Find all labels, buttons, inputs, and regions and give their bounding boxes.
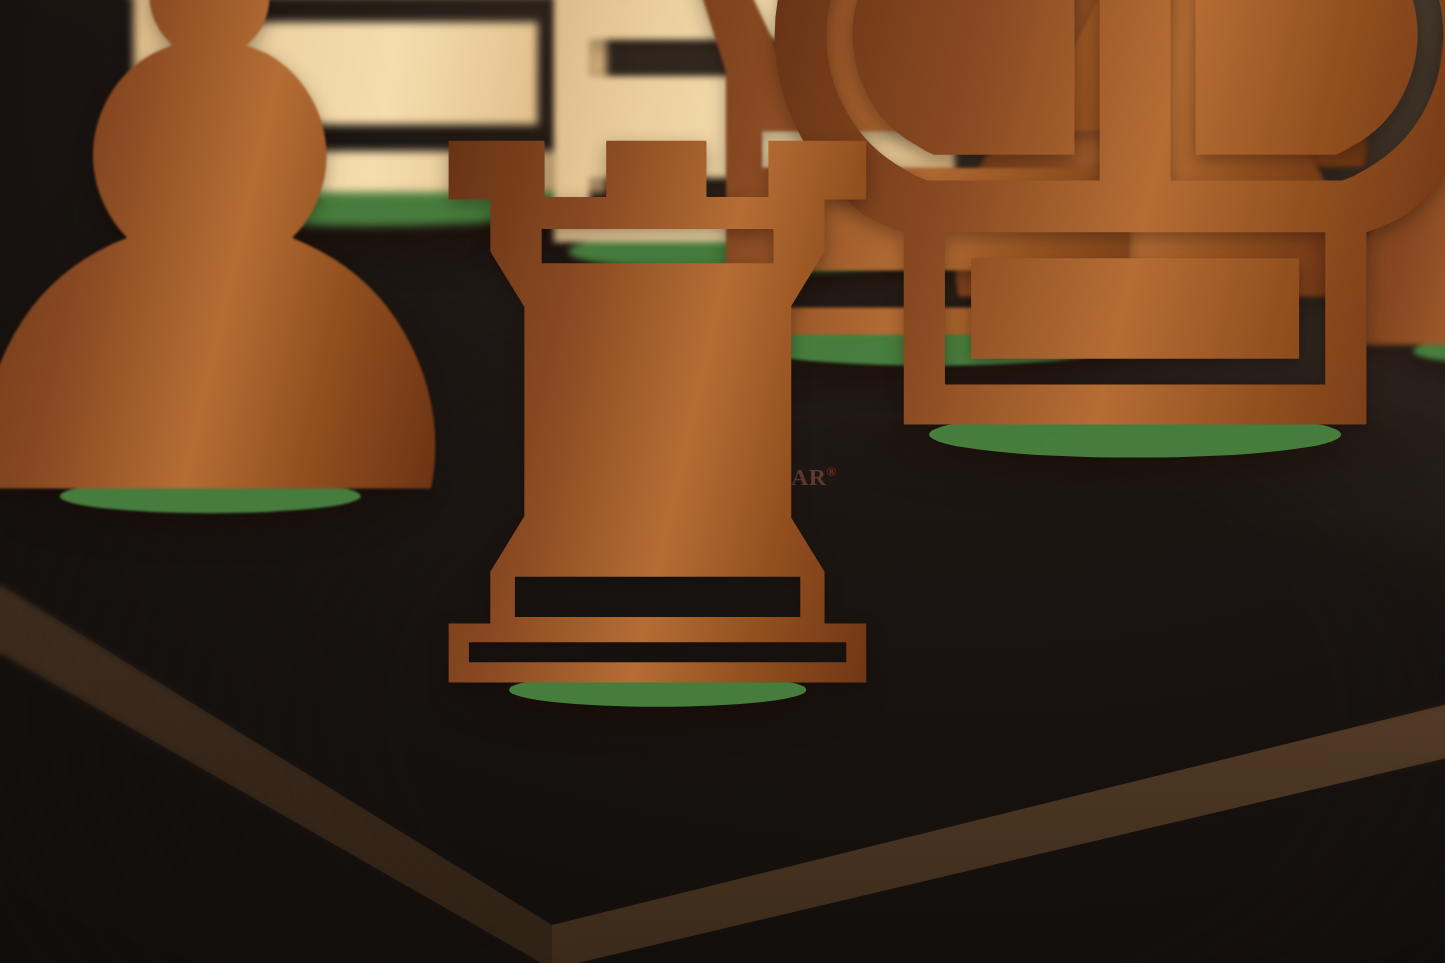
piece-dark-rook-a1[interactable]: ♜ <box>325 137 990 716</box>
photo-canvas: ♜♟♚♛♛♚♟♟♟ CHESSBAZAAR® <box>0 0 1445 963</box>
rook-glyph: ♜ <box>325 137 990 716</box>
